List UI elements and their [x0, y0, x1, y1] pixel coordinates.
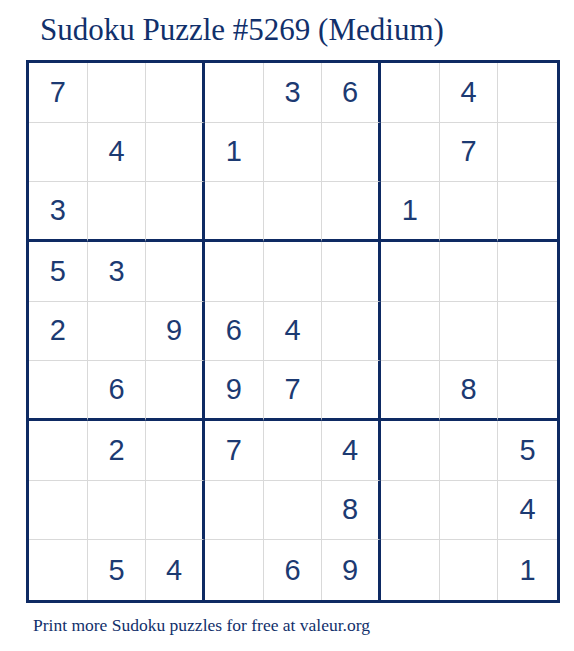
cell-r9c5: 6	[264, 540, 323, 600]
cell-r1c7	[381, 63, 440, 123]
cell-r4c9	[498, 242, 557, 302]
cell-r1c6: 6	[322, 63, 381, 123]
cell-r4c7	[381, 242, 440, 302]
cell-r3c9	[498, 182, 557, 242]
cell-r9c4	[205, 540, 264, 600]
cell-r3c2	[88, 182, 147, 242]
cell-r4c2: 3	[88, 242, 147, 302]
cell-r5c3: 9	[146, 302, 205, 362]
cell-r4c4	[205, 242, 264, 302]
cell-r7c6: 4	[322, 421, 381, 481]
cell-r1c5: 3	[264, 63, 323, 123]
cell-r5c5: 4	[264, 302, 323, 362]
cell-r7c4: 7	[205, 421, 264, 481]
cell-r4c6	[322, 242, 381, 302]
cell-r2c7	[381, 123, 440, 183]
cell-r3c3	[146, 182, 205, 242]
page-title: Sudoku Puzzle #5269 (Medium)	[40, 13, 444, 47]
cell-r3c7: 1	[381, 182, 440, 242]
cell-r2c3	[146, 123, 205, 183]
cell-r1c2	[88, 63, 147, 123]
cell-r7c7	[381, 421, 440, 481]
cell-r6c2: 6	[88, 361, 147, 421]
cell-r4c1: 5	[29, 242, 88, 302]
cell-r3c6	[322, 182, 381, 242]
cell-r6c8: 8	[440, 361, 499, 421]
cell-r5c7	[381, 302, 440, 362]
cell-r5c6	[322, 302, 381, 362]
cell-r7c8	[440, 421, 499, 481]
cell-r2c5	[264, 123, 323, 183]
sudoku-page: Sudoku Puzzle #5269 (Medium) 73644173153…	[0, 0, 574, 651]
cell-r8c8	[440, 481, 499, 541]
cell-r8c5	[264, 481, 323, 541]
sudoku-board: 736441731532964697827458454691	[26, 60, 560, 603]
cell-r2c6	[322, 123, 381, 183]
cell-r9c1	[29, 540, 88, 600]
cell-r7c9: 5	[498, 421, 557, 481]
cell-r2c2: 4	[88, 123, 147, 183]
cell-r9c8	[440, 540, 499, 600]
cell-r5c9	[498, 302, 557, 362]
cell-r9c7	[381, 540, 440, 600]
cell-r8c6: 8	[322, 481, 381, 541]
cell-r6c6	[322, 361, 381, 421]
cell-r6c9	[498, 361, 557, 421]
cell-r1c8: 4	[440, 63, 499, 123]
cell-r8c1	[29, 481, 88, 541]
cell-r6c1	[29, 361, 88, 421]
cell-r3c4	[205, 182, 264, 242]
cell-r2c8: 7	[440, 123, 499, 183]
cell-r7c2: 2	[88, 421, 147, 481]
cell-r1c1: 7	[29, 63, 88, 123]
cell-r2c4: 1	[205, 123, 264, 183]
cell-r8c2	[88, 481, 147, 541]
cell-r3c1: 3	[29, 182, 88, 242]
cell-r4c3	[146, 242, 205, 302]
cell-r3c5	[264, 182, 323, 242]
cell-r1c9	[498, 63, 557, 123]
cell-r8c9: 4	[498, 481, 557, 541]
cell-r5c8	[440, 302, 499, 362]
cell-r2c9	[498, 123, 557, 183]
cell-r6c3	[146, 361, 205, 421]
cell-r7c5	[264, 421, 323, 481]
cell-r6c4: 9	[205, 361, 264, 421]
cell-r9c2: 5	[88, 540, 147, 600]
cell-r7c1	[29, 421, 88, 481]
cell-r5c2	[88, 302, 147, 362]
cell-r4c5	[264, 242, 323, 302]
cell-r1c3	[146, 63, 205, 123]
cell-r9c6: 9	[322, 540, 381, 600]
cell-r5c4: 6	[205, 302, 264, 362]
cell-r2c1	[29, 123, 88, 183]
cell-r5c1: 2	[29, 302, 88, 362]
cell-r8c7	[381, 481, 440, 541]
cell-r9c3: 4	[146, 540, 205, 600]
cell-r8c3	[146, 481, 205, 541]
cell-r9c9: 1	[498, 540, 557, 600]
cell-r6c5: 7	[264, 361, 323, 421]
cell-r6c7	[381, 361, 440, 421]
footer-text: Print more Sudoku puzzles for free at va…	[33, 615, 370, 636]
cell-r8c4	[205, 481, 264, 541]
cell-r3c8	[440, 182, 499, 242]
cell-r1c4	[205, 63, 264, 123]
cell-r7c3	[146, 421, 205, 481]
cell-r4c8	[440, 242, 499, 302]
